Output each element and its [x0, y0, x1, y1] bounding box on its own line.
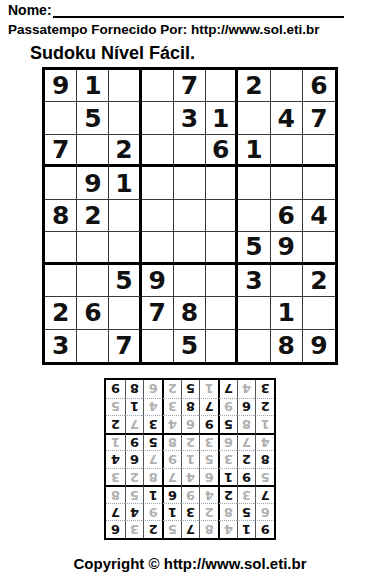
solution-board: 9148752366582319477324961585916478238235… — [104, 378, 276, 540]
puzzle-cell-r2c2[interactable]: 5 — [77, 102, 109, 134]
solution-cell-r5c1: 8 — [255, 450, 274, 468]
puzzle-cell-r5c8[interactable]: 6 — [271, 200, 303, 232]
puzzle-cell-r8c5[interactable]: 8 — [174, 297, 206, 329]
puzzle-cell-r4c8[interactable] — [271, 167, 303, 199]
puzzle-cell-r3c9[interactable] — [303, 135, 335, 167]
puzzle-cell-r9c7[interactable] — [238, 330, 270, 362]
solution-cell-r6c9: 1 — [106, 433, 125, 451]
puzzle-cell-r1c1[interactable]: 9 — [45, 70, 77, 102]
puzzle-cell-r1c4[interactable] — [142, 70, 174, 102]
copyright-text: Copyright © http://www.sol.eti.br — [0, 555, 380, 573]
puzzle-cell-r6c3[interactable] — [109, 232, 141, 264]
puzzle-cell-r4c7[interactable] — [238, 167, 270, 199]
puzzle-cell-r8c2[interactable]: 6 — [77, 297, 109, 329]
name-row: Nome: — [0, 0, 380, 18]
solution-cell-r9c4: 1 — [199, 380, 218, 398]
solution-cell-r1c6: 5 — [162, 520, 181, 538]
solution-cell-r5c9: 4 — [106, 450, 125, 468]
solution-cell-r8c4: 7 — [199, 398, 218, 416]
puzzle-cell-r4c2[interactable]: 9 — [77, 167, 109, 199]
puzzle-cell-r6c7[interactable]: 5 — [238, 232, 270, 264]
solution-cell-r9c1: 3 — [255, 380, 274, 398]
puzzle-cell-r8c4[interactable]: 7 — [142, 297, 174, 329]
solution-cell-r6c5: 2 — [181, 433, 200, 451]
solution-cell-r8c5: 8 — [181, 398, 200, 416]
puzzle-cell-r9c6[interactable] — [206, 330, 238, 362]
puzzle-cell-r8c7[interactable] — [238, 297, 270, 329]
solution-cell-r1c4: 8 — [199, 520, 218, 538]
solution-cell-r2c7: 9 — [143, 503, 162, 521]
puzzle-cell-r7c3[interactable]: 5 — [109, 265, 141, 297]
puzzle-cell-r3c4[interactable] — [142, 135, 174, 167]
puzzle-cell-r6c2[interactable] — [77, 232, 109, 264]
name-fill-in-line[interactable] — [53, 5, 344, 18]
puzzle-cell-r1c5[interactable]: 7 — [174, 70, 206, 102]
solution-cell-r6c2: 7 — [237, 433, 256, 451]
solution-cell-r8c3: 9 — [218, 398, 237, 416]
puzzle-cell-r3c3[interactable]: 2 — [109, 135, 141, 167]
puzzle-cell-r5c4[interactable] — [142, 200, 174, 232]
puzzle-cell-r5c7[interactable] — [238, 200, 270, 232]
solution-cell-r2c5: 3 — [181, 503, 200, 521]
provider-line: Passatempo Fornecido Por: http://www.sol… — [0, 18, 380, 38]
puzzle-cell-r1c6[interactable] — [206, 70, 238, 102]
solution-cell-r7c5: 6 — [181, 415, 200, 433]
solution-cell-r7c2: 8 — [237, 415, 256, 433]
puzzle-cell-r2c1[interactable] — [45, 102, 77, 134]
puzzle-cell-r9c9[interactable]: 9 — [303, 330, 335, 362]
solution-cell-r1c9: 6 — [106, 520, 125, 538]
solution-cell-r2c2: 5 — [237, 503, 256, 521]
puzzle-cell-r7c9[interactable]: 2 — [303, 265, 335, 297]
puzzle-cell-r4c6[interactable] — [206, 167, 238, 199]
solution-cell-r5c5: 1 — [181, 450, 200, 468]
puzzle-cell-r5c6[interactable] — [206, 200, 238, 232]
puzzle-cell-r4c4[interactable] — [142, 167, 174, 199]
puzzle-cell-r9c1[interactable]: 3 — [45, 330, 77, 362]
solution-cell-r5c2: 2 — [237, 450, 256, 468]
solution-cell-r2c4: 2 — [199, 503, 218, 521]
puzzle-cell-r9c8[interactable]: 8 — [271, 330, 303, 362]
solution-cell-r5c7: 7 — [143, 450, 162, 468]
puzzle-cell-r7c7[interactable]: 3 — [238, 265, 270, 297]
solution-cell-r1c5: 7 — [181, 520, 200, 538]
puzzle-cell-r7c8[interactable] — [271, 265, 303, 297]
solution-cell-r6c8: 9 — [125, 433, 144, 451]
puzzle-cell-r4c3[interactable]: 1 — [109, 167, 141, 199]
puzzle-cell-r3c7[interactable]: 1 — [238, 135, 270, 167]
solution-cell-r8c8: 1 — [125, 398, 144, 416]
solution-cell-r7c6: 4 — [162, 415, 181, 433]
solution-cell-r2c8: 4 — [125, 503, 144, 521]
puzzle-cell-r7c6[interactable] — [206, 265, 238, 297]
solution-cell-r4c7: 8 — [143, 468, 162, 486]
solution-cell-r6c7: 5 — [143, 433, 162, 451]
solution-cell-r4c1: 5 — [255, 468, 274, 486]
puzzle-cell-r2c4[interactable] — [142, 102, 174, 134]
puzzle-cell-r2c3[interactable] — [109, 102, 141, 134]
puzzle-cell-r7c1[interactable] — [45, 265, 77, 297]
puzzle-cell-r1c8[interactable] — [271, 70, 303, 102]
solution-cell-r7c1: 1 — [255, 415, 274, 433]
solution-cell-r1c3: 4 — [218, 520, 237, 538]
puzzle-cell-r5c5[interactable] — [174, 200, 206, 232]
puzzle-cell-r9c5[interactable]: 5 — [174, 330, 206, 362]
puzzle-cell-r2c7[interactable] — [238, 102, 270, 134]
solution-cell-r7c8: 7 — [125, 415, 144, 433]
solution-cell-r6c4: 3 — [199, 433, 218, 451]
puzzle-cell-r8c9[interactable] — [303, 297, 335, 329]
puzzle-cell-r5c9[interactable]: 4 — [303, 200, 335, 232]
solution-cell-r2c9: 7 — [106, 503, 125, 521]
puzzle-cell-r6c1[interactable] — [45, 232, 77, 264]
solution-cell-r2c3: 8 — [218, 503, 237, 521]
solution-cell-r9c6: 2 — [162, 380, 181, 398]
puzzle-cell-r3c6[interactable]: 6 — [206, 135, 238, 167]
puzzle-cell-r1c7[interactable]: 2 — [238, 70, 270, 102]
solution-cell-r8c2: 6 — [237, 398, 256, 416]
solution-cell-r7c7: 3 — [143, 415, 162, 433]
solution-cell-r6c6: 8 — [162, 433, 181, 451]
solution-cell-r4c5: 4 — [181, 468, 200, 486]
solution-cell-r4c9: 3 — [106, 468, 125, 486]
solution-cell-r3c2: 3 — [237, 485, 256, 503]
solution-cell-r7c3: 5 — [218, 415, 237, 433]
solution-cell-r1c8: 3 — [125, 520, 144, 538]
solution-cell-r4c2: 9 — [237, 468, 256, 486]
solution-cell-r4c6: 7 — [162, 468, 181, 486]
solution-cell-r3c4: 4 — [199, 485, 218, 503]
puzzle-cell-r9c3[interactable]: 7 — [109, 330, 141, 362]
puzzle-cell-r2c8[interactable]: 4 — [271, 102, 303, 134]
page-title: Sudoku Nível Fácil. — [0, 38, 380, 63]
solution-cell-r3c8: 5 — [125, 485, 144, 503]
puzzle-cell-r3c8[interactable] — [271, 135, 303, 167]
puzzle-cell-r3c5[interactable] — [174, 135, 206, 167]
solution-cell-r9c9: 9 — [106, 380, 125, 398]
solution-cell-r7c9: 2 — [106, 415, 125, 433]
solution-cell-r9c2: 4 — [237, 380, 256, 398]
solution-cell-r5c3: 3 — [218, 450, 237, 468]
solution-cell-r5c6: 9 — [162, 450, 181, 468]
solution-board-wrap: 9148752366582319477324961585916478238235… — [0, 378, 380, 540]
puzzle-cell-r8c1[interactable]: 2 — [45, 297, 77, 329]
solution-cell-r6c3: 6 — [218, 433, 237, 451]
puzzle-cell-r8c6[interactable] — [206, 297, 238, 329]
solution-cell-r9c8: 8 — [125, 380, 144, 398]
solution-cell-r3c7: 1 — [143, 485, 162, 503]
name-label: Nome: — [8, 3, 52, 18]
puzzle-cell-r3c2[interactable] — [77, 135, 109, 167]
puzzle-cell-r6c8[interactable]: 9 — [271, 232, 303, 264]
puzzle-cell-r6c9[interactable] — [303, 232, 335, 264]
puzzle-cell-r1c2[interactable]: 1 — [77, 70, 109, 102]
puzzle-cell-r9c2[interactable] — [77, 330, 109, 362]
solution-cell-r1c1: 9 — [255, 520, 274, 538]
puzzle-cell-r2c6[interactable]: 1 — [206, 102, 238, 134]
solution-cell-r4c8: 2 — [125, 468, 144, 486]
solution-cell-r3c1: 7 — [255, 485, 274, 503]
puzzle-cell-r5c2[interactable]: 2 — [77, 200, 109, 232]
puzzle-cell-r4c1[interactable] — [45, 167, 77, 199]
solution-cell-r8c1: 2 — [255, 398, 274, 416]
solution-cell-r3c5: 9 — [181, 485, 200, 503]
solution-cell-r8c9: 5 — [106, 398, 125, 416]
solution-cell-r8c6: 3 — [162, 398, 181, 416]
solution-cell-r2c6: 1 — [162, 503, 181, 521]
puzzle-cell-r4c9[interactable] — [303, 167, 335, 199]
puzzle-cell-r1c3[interactable] — [109, 70, 141, 102]
solution-cell-r3c3: 2 — [218, 485, 237, 503]
solution-cell-r1c7: 2 — [143, 520, 162, 538]
solution-cell-r5c4: 5 — [199, 450, 218, 468]
puzzle-cell-r2c9[interactable]: 7 — [303, 102, 335, 134]
puzzle-cell-r6c5[interactable] — [174, 232, 206, 264]
solution-cell-r8c7: 4 — [143, 398, 162, 416]
solution-cell-r4c4: 6 — [199, 468, 218, 486]
solution-cell-r7c4: 9 — [199, 415, 218, 433]
puzzle-cell-r9c4[interactable] — [142, 330, 174, 362]
puzzle-cell-r5c3[interactable] — [109, 200, 141, 232]
puzzle-cell-r6c6[interactable] — [206, 232, 238, 264]
puzzle-cell-r6c4[interactable] — [142, 232, 174, 264]
puzzle-cell-r4c5[interactable] — [174, 167, 206, 199]
solution-cell-r1c2: 1 — [237, 520, 256, 538]
puzzle-cell-r1c9[interactable]: 6 — [303, 70, 335, 102]
solution-cell-r6c1: 4 — [255, 433, 274, 451]
solution-cell-r9c7: 6 — [143, 380, 162, 398]
puzzle-cell-r8c3[interactable] — [109, 297, 141, 329]
puzzle-board: 917265314772619182645959322678137589 — [42, 67, 338, 365]
solution-cell-r3c6: 6 — [162, 485, 181, 503]
solution-cell-r9c5: 5 — [181, 380, 200, 398]
solution-cell-r4c3: 1 — [218, 468, 237, 486]
solution-cell-r2c1: 6 — [255, 503, 274, 521]
solution-cell-r5c8: 6 — [125, 450, 144, 468]
puzzle-cell-r7c5[interactable] — [174, 265, 206, 297]
puzzle-cell-r8c8[interactable]: 1 — [271, 297, 303, 329]
puzzle-cell-r3c1[interactable]: 7 — [45, 135, 77, 167]
solution-cell-r9c3: 7 — [218, 380, 237, 398]
puzzle-cell-r7c4[interactable]: 9 — [142, 265, 174, 297]
puzzle-cell-r5c1[interactable]: 8 — [45, 200, 77, 232]
puzzle-cell-r2c5[interactable]: 3 — [174, 102, 206, 134]
puzzle-cell-r7c2[interactable] — [77, 265, 109, 297]
solution-cell-r3c9: 8 — [106, 485, 125, 503]
